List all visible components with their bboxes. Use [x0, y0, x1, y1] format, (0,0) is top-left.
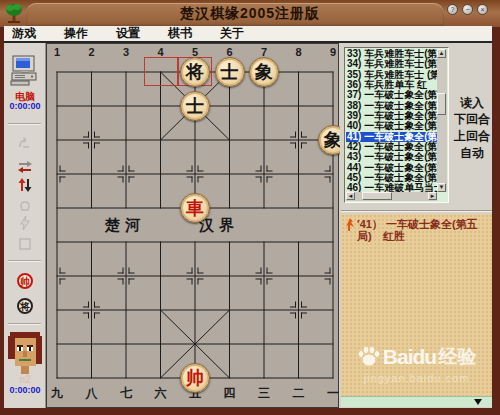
button-1[interactable]: 读入: [450, 95, 494, 112]
move-list-item[interactable]: 33) 车兵难胜车士(第: [346, 49, 437, 59]
move-list-item[interactable]: 37) 一车破士象全(第: [346, 90, 437, 100]
paw-icon: [357, 345, 381, 369]
horizontal-scrollbar[interactable]: ◄ ►: [346, 192, 437, 201]
move-list: 33) 车兵难胜车士(第34) 车兵难胜车士(第35) 车兵难胜车士 (第36)…: [344, 47, 449, 203]
piece-black-士[interactable]: 士: [180, 91, 210, 121]
comment-bottom-bar[interactable]: [341, 396, 492, 407]
curved-arrow-icon[interactable]: [4, 136, 46, 154]
menu-item-3[interactable]: 设置: [116, 25, 140, 42]
player-avatar: [4, 332, 46, 378]
move-list-item[interactable]: 34) 车兵难胜车士(第: [346, 59, 437, 69]
file-label-top: 3: [117, 46, 135, 58]
vertical-scrollbar[interactable]: ▲ ▼: [437, 49, 447, 192]
move-list-item[interactable]: 35) 车兵难胜车士 (第: [346, 70, 437, 80]
black-side-icon[interactable]: 将: [17, 298, 33, 314]
move-list-item[interactable]: 38) 一车破士象全(第: [346, 101, 437, 111]
menu-item-5[interactable]: 关于: [220, 25, 244, 42]
comment-panel: ′41） 一车破士象全(第五局) 红胜 Baidu 经验 jingyan.bai…: [341, 214, 492, 396]
lightning-icon[interactable]: [4, 216, 46, 234]
red-side-icon[interactable]: 帅: [17, 273, 33, 289]
divider: [8, 260, 41, 262]
computer-icon: [4, 55, 46, 91]
button-2[interactable]: 下回合: [450, 111, 494, 128]
swap-arrows-icon[interactable]: [4, 159, 46, 177]
river-label-chu: 楚河: [105, 216, 145, 235]
file-label-top: 2: [83, 46, 101, 58]
move-list-item[interactable]: 39) 一车破士象全(第: [346, 111, 437, 121]
hscroll-thumb[interactable]: [362, 192, 392, 200]
minimize-button[interactable]: −: [462, 4, 473, 15]
move-list-rows: 33) 车兵难胜车士(第34) 车兵难胜车士(第35) 车兵难胜车士 (第36)…: [346, 49, 437, 192]
hand-icon[interactable]: [4, 198, 46, 216]
file-label-bottom: 四: [221, 385, 239, 402]
file-label-bottom: 二: [290, 385, 308, 402]
watermark-url: jingyan.baidu.com: [341, 372, 492, 384]
menu-item-2[interactable]: 操作: [64, 25, 88, 42]
window-title: 楚汉棋缘2005注册版: [0, 5, 500, 23]
help-button[interactable]: ?: [447, 4, 458, 15]
window-buttons: ? − ×: [447, 4, 488, 15]
comment-text-block: ′41） 一车破士象全(第五局) 红胜: [344, 218, 489, 242]
xiangqi-board[interactable]: 123456789九八七六五四三二一楚河汉界将士象士象車帅: [46, 43, 339, 408]
player-timer: 0:00:00: [4, 385, 46, 395]
file-label-top: 8: [290, 46, 308, 58]
move-list-item[interactable]: 42) 一车破士象全(第: [346, 142, 437, 152]
move-list-item[interactable]: 43) 一车破士象全(第: [346, 152, 437, 162]
move-list-item[interactable]: 41) 一车破士象全(第: [346, 132, 437, 142]
button-4[interactable]: 自动: [450, 145, 494, 162]
divider: [8, 323, 41, 325]
file-label-bottom: 六: [152, 385, 170, 402]
scroll-right-button[interactable]: ►: [428, 192, 437, 200]
watermark-brand-cn: 经验: [438, 344, 476, 370]
move-list-item[interactable]: 36) 车兵胜单车 红: [346, 80, 437, 90]
comment-text: ′41） 一车破士象全(第五局) 红胜: [357, 218, 478, 242]
divider: [8, 123, 41, 125]
computer-timer: 0:00:00: [4, 101, 46, 111]
file-label-bottom: 七: [117, 385, 135, 402]
scroll-up-button[interactable]: ▲: [437, 49, 446, 58]
menu-item-4[interactable]: 棋书: [168, 25, 192, 42]
piece-black-将[interactable]: 将: [180, 57, 210, 87]
move-list-item[interactable]: 46) 一车难破单马当士: [346, 183, 437, 192]
piece-black-士[interactable]: 士: [215, 57, 245, 87]
file-label-top: 1: [48, 46, 66, 58]
piece-red-帅[interactable]: 帅: [180, 363, 210, 393]
scroll-thumb[interactable]: [437, 93, 446, 115]
menu-bar: 游戏操作设置棋书关于: [4, 26, 492, 43]
last-move-highlight: [144, 57, 178, 86]
button-3[interactable]: 上回合: [450, 128, 494, 145]
divider: [341, 210, 492, 212]
scroll-down-button[interactable]: ▼: [437, 183, 446, 192]
watermark: Baidu 经验 jingyan.baidu.com: [341, 344, 492, 384]
close-button[interactable]: ×: [477, 4, 488, 15]
menu-item-1[interactable]: 游戏: [12, 25, 36, 42]
file-label-bottom: 八: [83, 385, 101, 402]
move-list-item[interactable]: 40) 一车破士象全(第: [346, 121, 437, 131]
square-icon[interactable]: [4, 236, 46, 254]
piece-red-車[interactable]: 車: [180, 193, 210, 223]
scroll-left-button[interactable]: ◄: [346, 192, 355, 200]
resize-arrow-icon: [474, 399, 482, 405]
move-list-item[interactable]: 44) 一车破士象全(第: [346, 163, 437, 173]
watermark-brand: Baidu: [383, 345, 436, 369]
sidebar: 电脑 0:00:00 帅 将: [4, 43, 46, 408]
up-down-arrows-icon[interactable]: [4, 178, 46, 196]
flame-icon: [345, 218, 355, 233]
file-label-bottom: 九: [48, 385, 66, 402]
title-bar: 楚汉棋缘2005注册版 ? − ×: [0, 0, 500, 27]
player-name: n2: [4, 374, 46, 385]
file-label-bottom: 三: [255, 385, 273, 402]
piece-black-象[interactable]: 象: [249, 57, 279, 87]
app-window: 楚汉棋缘2005注册版 ? − × 游戏操作设置棋书关于 电脑 0:00:00: [0, 0, 500, 415]
file-label-bottom: 一: [324, 385, 342, 402]
move-list-item[interactable]: 45) 一车破士象全(第: [346, 173, 437, 183]
